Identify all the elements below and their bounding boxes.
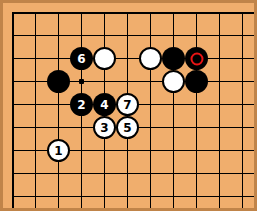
stone-white-F15: 7 — [116, 93, 139, 116]
grid-line-vertical — [219, 12, 220, 209]
grid-line-vertical — [196, 12, 197, 209]
grid-line-vertical — [35, 12, 36, 209]
stone-black-E15: 4 — [93, 93, 116, 116]
grid-line-horizontal — [12, 12, 255, 14]
stone-white-F14: 5 — [116, 116, 139, 139]
move-number-label: 1 — [54, 145, 62, 157]
move-number-label: 7 — [123, 99, 131, 111]
move-number-label: 6 — [77, 53, 85, 65]
grid-line-horizontal — [12, 58, 255, 59]
stone-white-C13: 1 — [47, 139, 70, 162]
stone-black-D17: 6 — [70, 47, 93, 70]
go-board: 6247351 — [0, 0, 257, 211]
stone-white-E14: 3 — [93, 116, 116, 139]
stone-black-J16 — [185, 70, 208, 93]
move-number-label: 4 — [100, 99, 108, 111]
stone-white-G17 — [139, 47, 162, 70]
star-point — [79, 79, 84, 84]
grid-line-horizontal — [12, 35, 255, 36]
move-number-label: 2 — [77, 99, 85, 111]
grid-line-horizontal — [12, 196, 255, 197]
grid-line-vertical — [12, 12, 14, 209]
grid-line-vertical — [242, 12, 243, 209]
stone-black-J17 — [185, 47, 208, 70]
stone-white-H16 — [162, 70, 185, 93]
grid-line-vertical — [58, 12, 59, 209]
move-number-label: 3 — [100, 122, 108, 134]
stone-black-C16 — [47, 70, 70, 93]
red-circle-mark — [190, 52, 203, 65]
stone-white-E17 — [93, 47, 116, 70]
stone-black-D15: 2 — [70, 93, 93, 116]
move-number-label: 5 — [123, 122, 131, 134]
stone-black-H17 — [162, 47, 185, 70]
grid-line-horizontal — [12, 173, 255, 174]
grid-line-vertical — [173, 12, 174, 209]
grid-line-vertical — [150, 12, 151, 209]
